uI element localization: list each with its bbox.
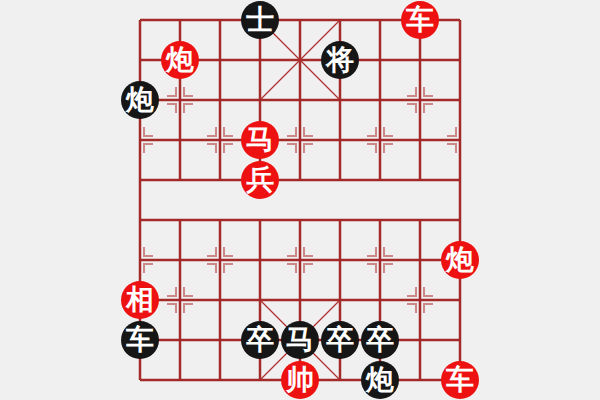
red-pawn[interactable]: 兵	[241, 161, 279, 199]
black-cannon-1[interactable]: 炮	[121, 81, 159, 119]
black-general[interactable]: 将	[321, 41, 359, 79]
pieces-layer: 士车炮将炮马兵炮相车卒马卒卒帅炮车	[120, 0, 480, 400]
black-chariot[interactable]: 车	[121, 321, 159, 359]
red-chariot-1[interactable]: 车	[401, 1, 439, 39]
red-elephant[interactable]: 相	[121, 281, 159, 319]
black-pawn-1[interactable]: 卒	[241, 321, 279, 359]
black-horse[interactable]: 马	[281, 321, 319, 359]
red-general[interactable]: 帅	[281, 361, 319, 399]
red-cannon-1[interactable]: 炮	[161, 41, 199, 79]
red-cannon-2[interactable]: 炮	[441, 241, 479, 279]
black-cannon-2[interactable]: 炮	[361, 361, 399, 399]
black-pawn-3[interactable]: 卒	[361, 321, 399, 359]
xiangqi-board: 士车炮将炮马兵炮相车卒马卒卒帅炮车	[0, 0, 600, 400]
red-chariot-2[interactable]: 车	[441, 361, 479, 399]
black-pawn-2[interactable]: 卒	[321, 321, 359, 359]
black-advisor[interactable]: 士	[241, 1, 279, 39]
red-horse[interactable]: 马	[241, 121, 279, 159]
